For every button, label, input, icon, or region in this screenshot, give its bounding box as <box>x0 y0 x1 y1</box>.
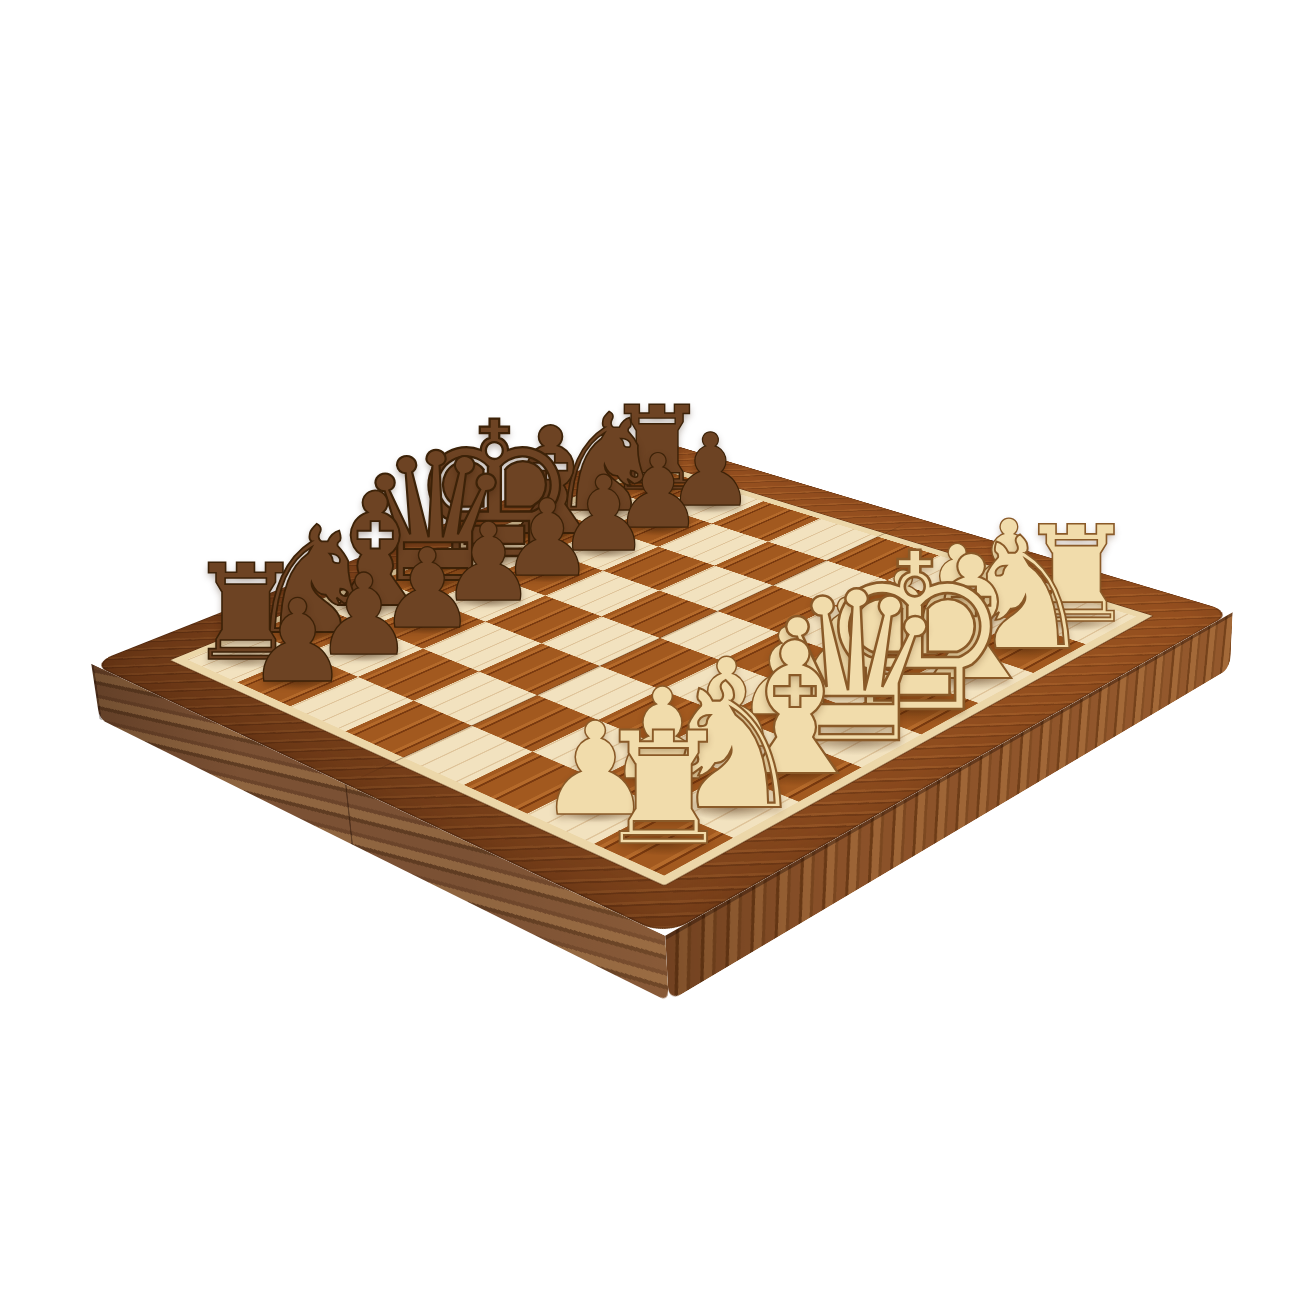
square-c5[interactable] <box>479 643 600 695</box>
square-b5[interactable] <box>414 671 538 725</box>
square-a5[interactable] <box>346 701 472 758</box>
square-a4[interactable] <box>403 726 532 785</box>
piece-black-pawn[interactable]: ♟ <box>246 585 349 700</box>
piece-white-rook[interactable]: ♜ <box>594 712 734 868</box>
photo-scene: ♜♞♝♛♚♝♞♜♟♟♟♟♟♟♟♟♟♟♟♟♟♟♟♟♜♞♝♛♚♝♞♜ <box>0 0 1300 1300</box>
